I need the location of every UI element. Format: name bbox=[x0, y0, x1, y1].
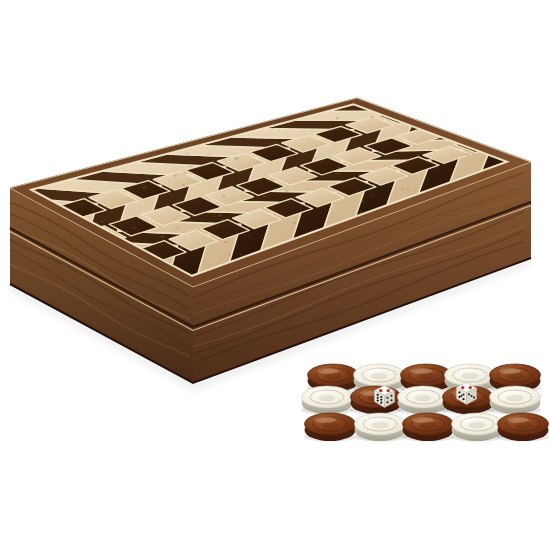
checker-white bbox=[301, 386, 353, 415]
backgammon-scene-canvas bbox=[0, 0, 550, 550]
checker-brown bbox=[497, 413, 549, 442]
checker-brown bbox=[402, 413, 454, 442]
checker-white bbox=[451, 413, 503, 442]
checkers-tray bbox=[301, 364, 549, 442]
checker-white bbox=[489, 386, 541, 415]
checker-brown bbox=[304, 413, 356, 442]
elbow-square bbox=[486, 125, 534, 141]
elbow-square bbox=[410, 99, 458, 114]
backgammon-product-photo bbox=[0, 0, 550, 550]
checker-white bbox=[397, 386, 449, 415]
backgammon-case bbox=[0, 98, 534, 391]
checker-white bbox=[354, 413, 406, 442]
